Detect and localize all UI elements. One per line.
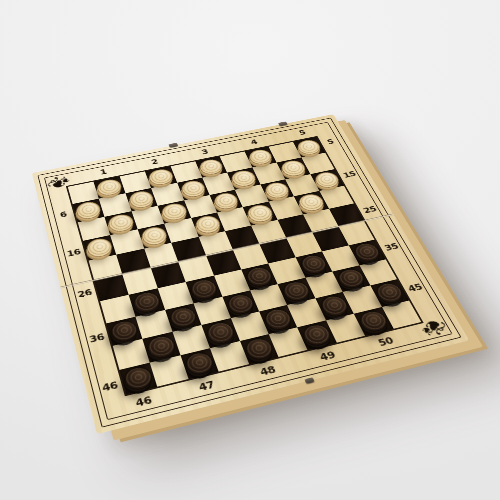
playing-field xyxy=(66,136,424,396)
hinge xyxy=(168,143,178,148)
floral-ornament-icon: ❦❦ xyxy=(417,315,451,342)
square-number-label-right-0: 5 xyxy=(326,138,336,146)
square-number-label-right-1: 15 xyxy=(341,170,357,180)
square-number-label-left-3: 36 xyxy=(88,332,105,345)
square-number-label-right-3: 35 xyxy=(383,242,400,253)
square-number-label-left-4: 46 xyxy=(101,379,119,393)
square-number-label-left-2: 26 xyxy=(76,288,93,300)
square-number-label-right-2: 25 xyxy=(361,204,378,214)
dark-checker-piece[interactable] xyxy=(122,364,156,392)
square-number-label-top-4: 5 xyxy=(298,129,307,137)
square-number-label-left-0: 6 xyxy=(59,210,68,219)
square-number-label-top-1: 2 xyxy=(150,158,159,166)
checkers-board: ❦❦ ❦❦ 123455152535454647484950616263646 xyxy=(32,114,469,434)
square-number-label-top-2: 3 xyxy=(200,148,209,156)
square-number-label-left-1: 16 xyxy=(66,247,82,258)
square-number-label-bottom-3: 49 xyxy=(318,349,337,363)
photo-background: ❦❦ ❦❦ 123455152535454647484950616263646 xyxy=(0,0,500,500)
square-number-label-top-0: 1 xyxy=(99,168,108,176)
square-number-label-bottom-1: 47 xyxy=(197,379,216,393)
square-number-label-bottom-0: 46 xyxy=(134,394,153,409)
square-number-label-bottom-2: 48 xyxy=(258,364,277,378)
square-number-label-bottom-4: 50 xyxy=(376,335,395,348)
clasp xyxy=(304,377,314,384)
square-number-label-right-4: 45 xyxy=(406,282,424,294)
square-number-label-top-3: 4 xyxy=(249,138,258,146)
hinge xyxy=(278,121,288,126)
